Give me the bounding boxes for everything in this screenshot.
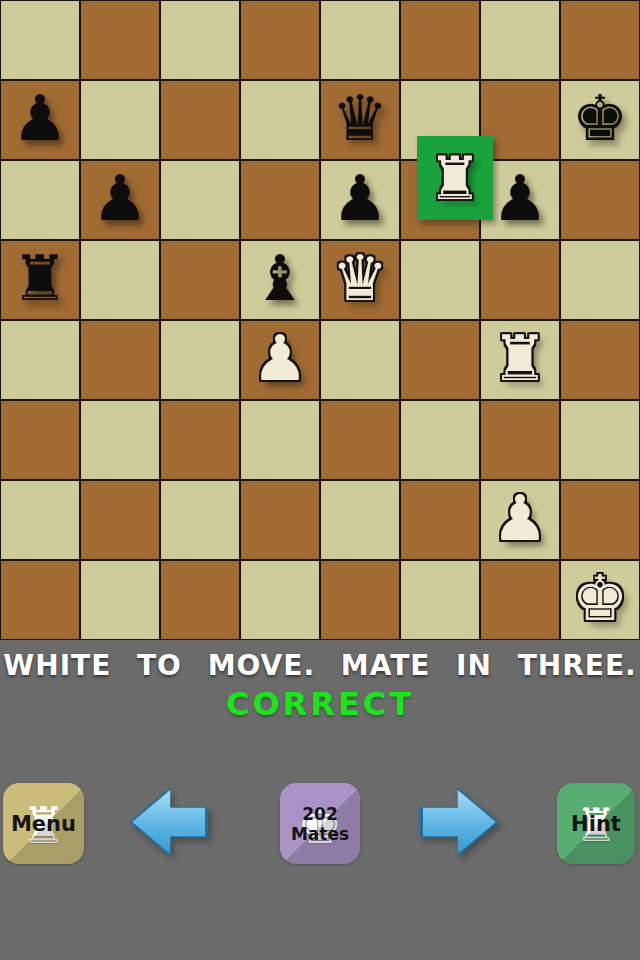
square-a7[interactable]: ♟: [1, 81, 79, 159]
square-c7[interactable]: [161, 81, 239, 159]
square-e1[interactable]: [321, 561, 399, 639]
result-message: CORRECT: [0, 685, 640, 723]
square-c5[interactable]: [161, 241, 239, 319]
status-area: WHITE TO MOVE. MATE IN THREE. CORRECT: [0, 640, 640, 723]
square-e8[interactable]: [321, 1, 399, 79]
highlighted-square-f6[interactable]: ♜: [417, 136, 493, 220]
black-queen: ♛: [332, 87, 388, 150]
square-a6[interactable]: [1, 161, 79, 239]
square-d2[interactable]: [241, 481, 319, 559]
black-pawn: ♟: [492, 167, 548, 230]
square-b5[interactable]: [81, 241, 159, 319]
square-b1[interactable]: [81, 561, 159, 639]
black-pawn: ♟: [12, 87, 68, 150]
arrow-left-icon-fill: [131, 785, 205, 859]
square-b4[interactable]: [81, 321, 159, 399]
square-f1[interactable]: [401, 561, 479, 639]
hint-button-label: Hint: [557, 812, 635, 836]
square-d6[interactable]: [241, 161, 319, 239]
square-b8[interactable]: [81, 1, 159, 79]
square-g4[interactable]: ♜: [481, 321, 559, 399]
square-f2[interactable]: [401, 481, 479, 559]
square-f8[interactable]: [401, 1, 479, 79]
square-a8[interactable]: [1, 1, 79, 79]
square-e3[interactable]: [321, 401, 399, 479]
square-h8[interactable]: [561, 1, 639, 79]
white-rook: ♜: [428, 148, 482, 208]
square-e6[interactable]: ♟: [321, 161, 399, 239]
white-queen: ♛: [332, 247, 388, 310]
square-d4[interactable]: ♟: [241, 321, 319, 399]
square-h4[interactable]: [561, 321, 639, 399]
square-h6[interactable]: [561, 161, 639, 239]
white-rook: ♜: [492, 327, 548, 390]
square-g2[interactable]: ♟: [481, 481, 559, 559]
square-h2[interactable]: [561, 481, 639, 559]
square-h3[interactable]: [561, 401, 639, 479]
puzzle-count-caption: Mates: [291, 824, 349, 844]
white-king: ♚: [572, 567, 628, 630]
white-pawn: ♟: [252, 327, 308, 390]
black-rook: ♜: [12, 247, 68, 310]
square-f4[interactable]: [401, 321, 479, 399]
square-a2[interactable]: [1, 481, 79, 559]
puzzle-counter-label: 202 Mates: [280, 803, 360, 844]
square-c4[interactable]: [161, 321, 239, 399]
square-b6[interactable]: ♟: [81, 161, 159, 239]
square-e4[interactable]: [321, 321, 399, 399]
square-c6[interactable]: [161, 161, 239, 239]
square-c1[interactable]: [161, 561, 239, 639]
square-a5[interactable]: ♜: [1, 241, 79, 319]
black-bishop: ♝: [252, 247, 308, 310]
square-h7[interactable]: ♚: [561, 81, 639, 159]
square-a3[interactable]: [1, 401, 79, 479]
square-d7[interactable]: [241, 81, 319, 159]
square-g1[interactable]: [481, 561, 559, 639]
square-e7[interactable]: ♛: [321, 81, 399, 159]
square-d3[interactable]: [241, 401, 319, 479]
square-c8[interactable]: [161, 1, 239, 79]
square-d1[interactable]: [241, 561, 319, 639]
square-c3[interactable]: [161, 401, 239, 479]
square-g3[interactable]: [481, 401, 559, 479]
square-e2[interactable]: [321, 481, 399, 559]
arrow-right-icon-fill: [423, 785, 497, 859]
square-b2[interactable]: [81, 481, 159, 559]
square-d8[interactable]: [241, 1, 319, 79]
puzzle-count: 202: [302, 803, 338, 823]
hint-button[interactable]: ♜ Hint: [557, 783, 635, 864]
square-h1[interactable]: ♚: [561, 561, 639, 639]
black-pawn: ♟: [332, 167, 388, 230]
square-b7[interactable]: [81, 81, 159, 159]
square-g5[interactable]: [481, 241, 559, 319]
black-pawn: ♟: [92, 167, 148, 230]
square-c2[interactable]: [161, 481, 239, 559]
menu-button[interactable]: ♜ Menu: [3, 783, 84, 864]
square-f3[interactable]: [401, 401, 479, 479]
square-f5[interactable]: [401, 241, 479, 319]
chess-board: ♟♛♚♟♟♟♜♝♛♟♜♟♚: [0, 0, 640, 640]
puzzle-counter-button[interactable]: ♚ 202 Mates: [280, 783, 360, 864]
square-b3[interactable]: [81, 401, 159, 479]
black-king: ♚: [572, 87, 628, 150]
menu-button-label: Menu: [3, 812, 84, 836]
square-g8[interactable]: [481, 1, 559, 79]
square-h5[interactable]: [561, 241, 639, 319]
square-a4[interactable]: [1, 321, 79, 399]
square-e5[interactable]: ♛: [321, 241, 399, 319]
square-d5[interactable]: ♝: [241, 241, 319, 319]
previous-puzzle-button[interactable]: [128, 782, 208, 862]
puzzle-prompt: WHITE TO MOVE. MATE IN THREE.: [0, 649, 640, 682]
white-pawn: ♟: [492, 487, 548, 550]
next-puzzle-button[interactable]: [420, 782, 500, 862]
square-a1[interactable]: [1, 561, 79, 639]
